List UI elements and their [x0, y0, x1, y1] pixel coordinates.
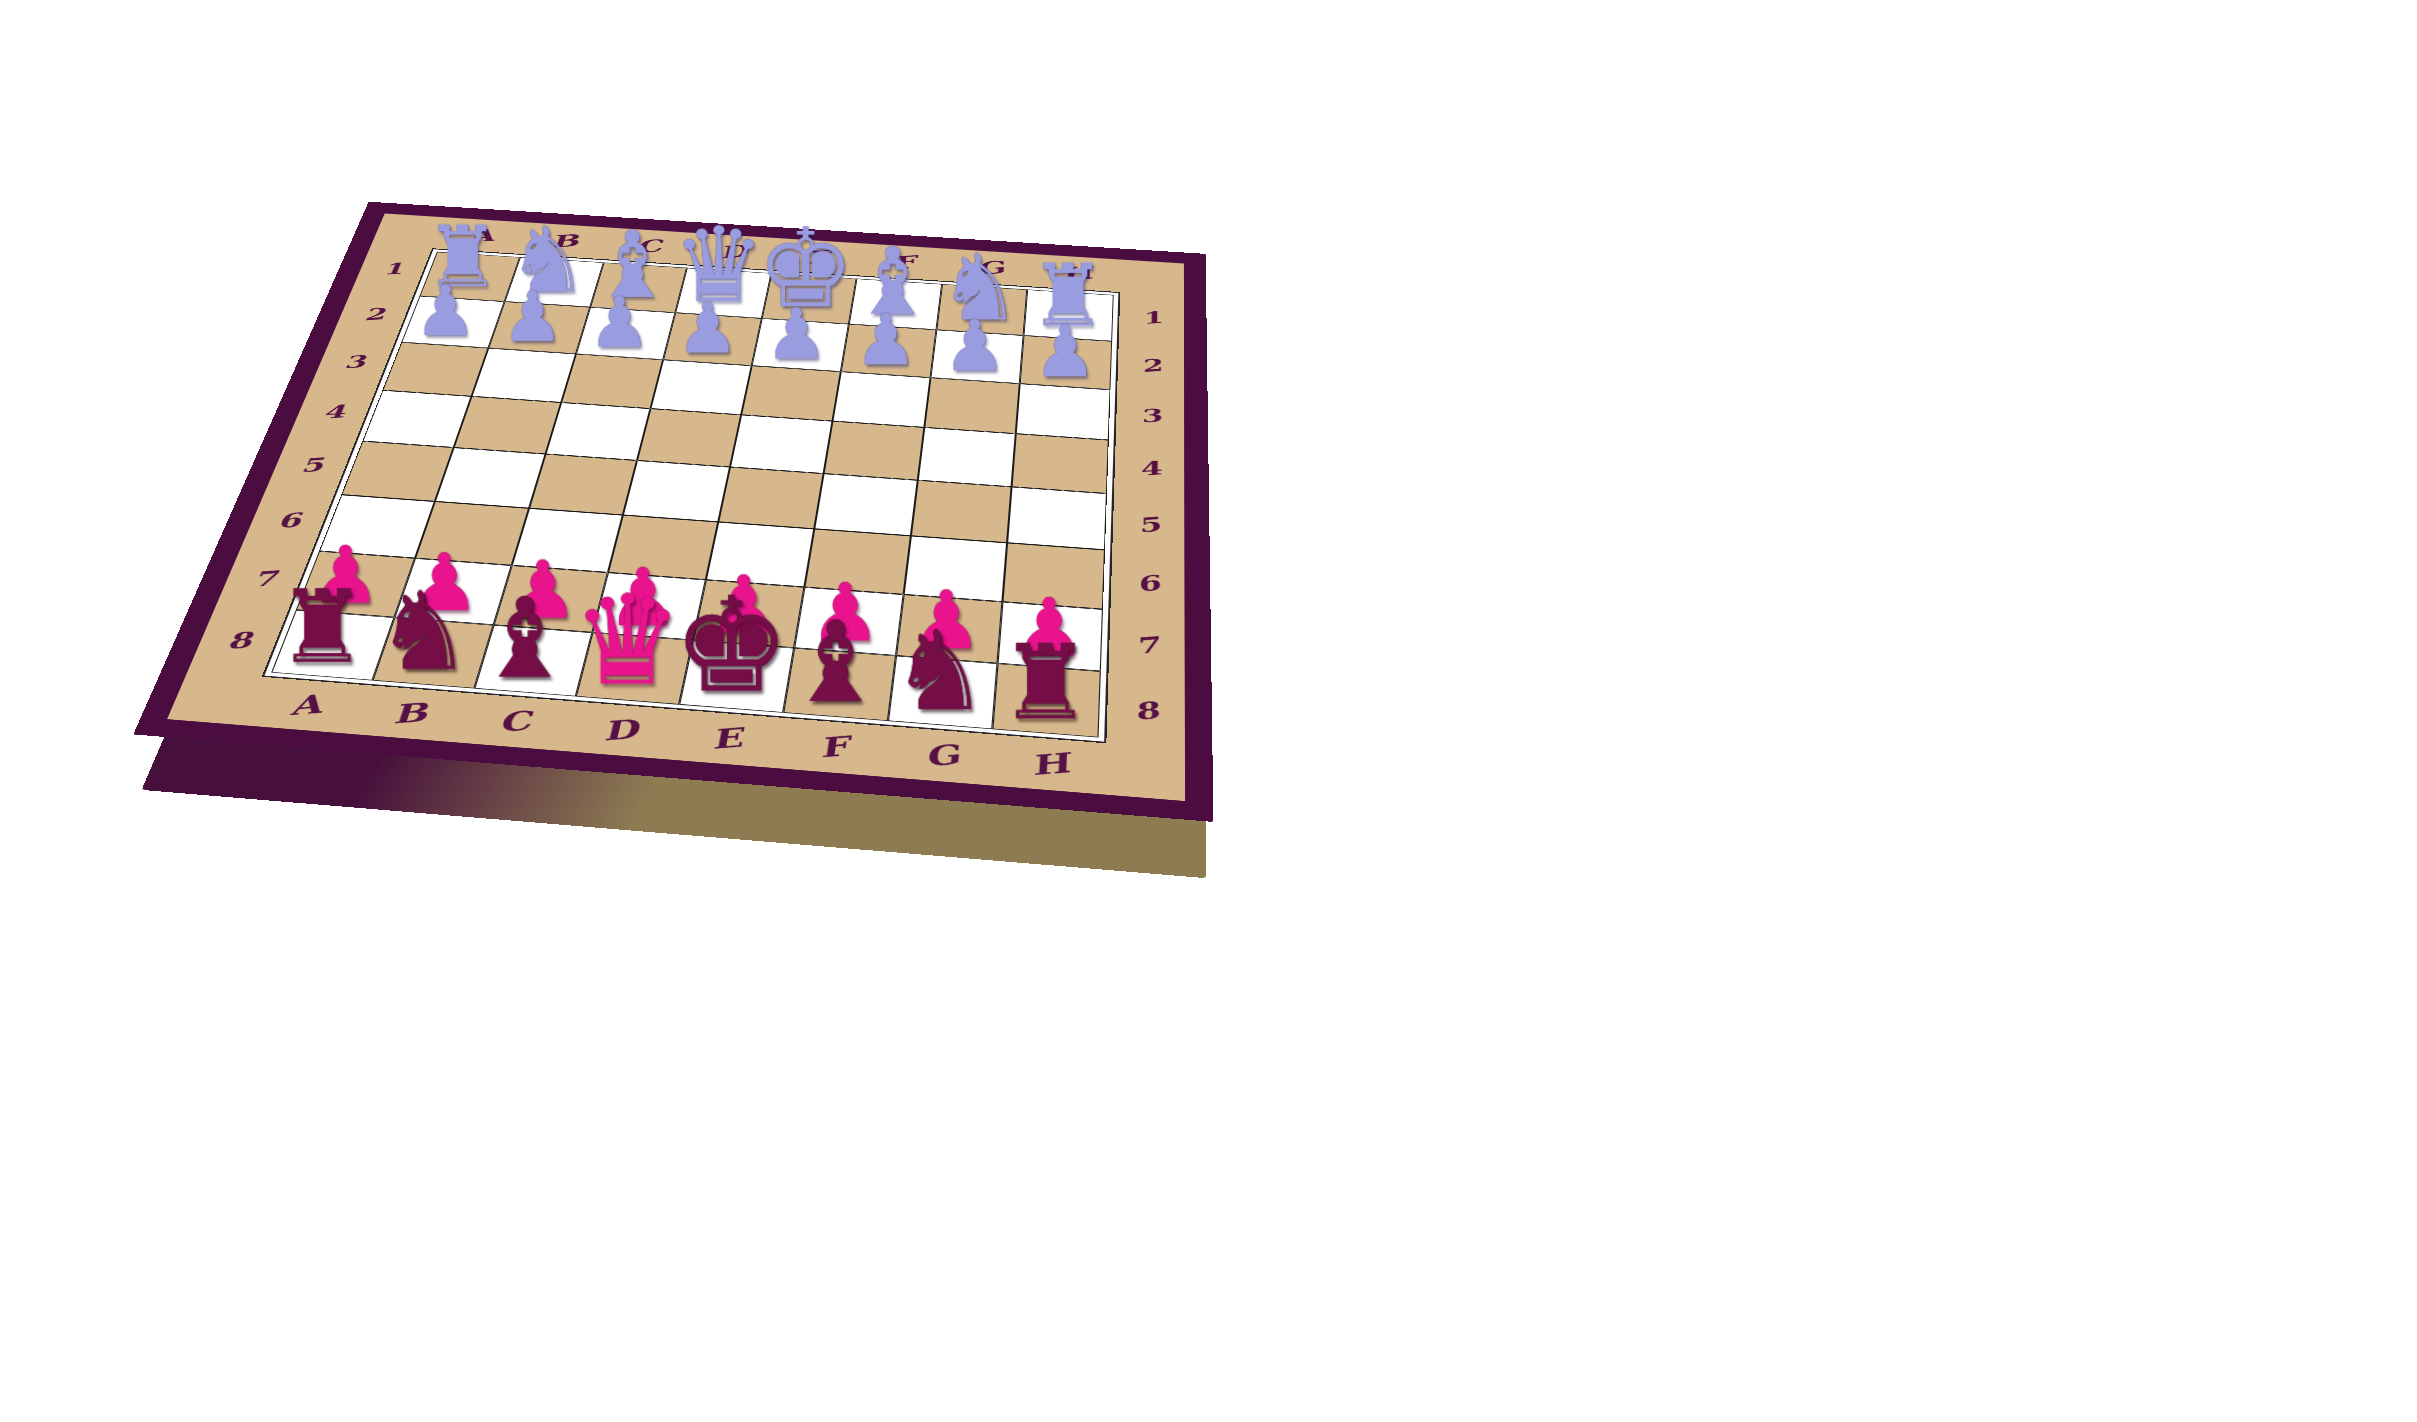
magenta-king-e8[interactable]: ♚ — [672, 582, 790, 707]
lavender-pawn-h2[interactable]: ♟ — [1033, 318, 1097, 386]
rank-label-right-1: 1 — [1140, 294, 1162, 342]
magenta-queen-d8[interactable]: ♛ — [572, 581, 684, 699]
magenta-bishop-c8[interactable]: ♝ — [476, 586, 575, 691]
square-g2[interactable]: ♟ — [930, 330, 1024, 384]
lavender-pawn-c2[interactable]: ♟ — [588, 289, 651, 356]
rank-label-left-4: 4 — [312, 386, 355, 439]
rank-label-right-6: 6 — [1135, 553, 1160, 615]
square-f2[interactable]: ♟ — [841, 324, 936, 377]
square-b2[interactable]: ♟ — [488, 301, 589, 353]
lavender-pawn-f2[interactable]: ♟ — [854, 306, 917, 373]
square-e8[interactable]: ♚ — [679, 640, 794, 712]
rank-label-left-2: 2 — [354, 291, 394, 339]
square-f8[interactable]: ♝ — [783, 648, 896, 721]
square-a3[interactable] — [382, 342, 488, 396]
square-e5[interactable] — [718, 467, 823, 529]
board-wrap: ABCDEFGH ABCDEFGH 12345678 12345678 ♜♞♝♛… — [255, 0, 1205, 942]
rank-label-left-6: 6 — [265, 492, 311, 551]
square-a2[interactable]: ♟ — [401, 296, 504, 348]
square-e4[interactable] — [730, 415, 832, 474]
square-h5[interactable] — [1007, 487, 1107, 550]
square-a4[interactable] — [362, 390, 471, 447]
chess-board: ABCDEFGH ABCDEFGH 12345678 12345678 ♜♞♝♛… — [133, 202, 1213, 822]
square-b4[interactable] — [453, 396, 560, 454]
square-h2[interactable]: ♟ — [1020, 335, 1112, 389]
square-h8[interactable]: ♜ — [993, 664, 1101, 738]
square-c5[interactable] — [529, 454, 638, 515]
lavender-pawn-a2[interactable]: ♟ — [414, 278, 476, 344]
rank-labels-right: 12345678 — [1105, 293, 1185, 749]
lavender-pawn-d2[interactable]: ♟ — [676, 295, 739, 362]
lavender-pawn-e2[interactable]: ♟ — [765, 300, 828, 367]
square-g4[interactable] — [917, 427, 1016, 486]
square-d5[interactable] — [623, 460, 730, 521]
rank-label-left-8: 8 — [214, 609, 264, 674]
magenta-knight-b8[interactable]: ♞ — [375, 580, 472, 683]
square-c4[interactable] — [545, 403, 651, 461]
magenta-knight-g8[interactable]: ♞ — [891, 619, 990, 723]
square-d2[interactable]: ♟ — [663, 313, 761, 366]
magenta-bishop-f8[interactable]: ♝ — [785, 609, 885, 715]
lavender-pawn-g2[interactable]: ♟ — [943, 312, 1007, 379]
square-c2[interactable]: ♟ — [576, 307, 676, 360]
rank-label-left-1: 1 — [374, 246, 412, 292]
rank-label-right-7: 7 — [1134, 613, 1159, 679]
magenta-rook-h8[interactable]: ♜ — [999, 634, 1092, 732]
chess-scene: ABCDEFGH ABCDEFGH 12345678 12345678 ♜♞♝♛… — [0, 0, 2417, 1422]
square-e2[interactable]: ♟ — [752, 318, 849, 371]
square-h4[interactable] — [1012, 434, 1109, 494]
magenta-rook-a8[interactable]: ♜ — [277, 579, 368, 675]
square-d4[interactable] — [637, 409, 741, 467]
lavender-pawn-b2[interactable]: ♟ — [501, 283, 564, 349]
square-g8[interactable]: ♞ — [887, 656, 997, 729]
